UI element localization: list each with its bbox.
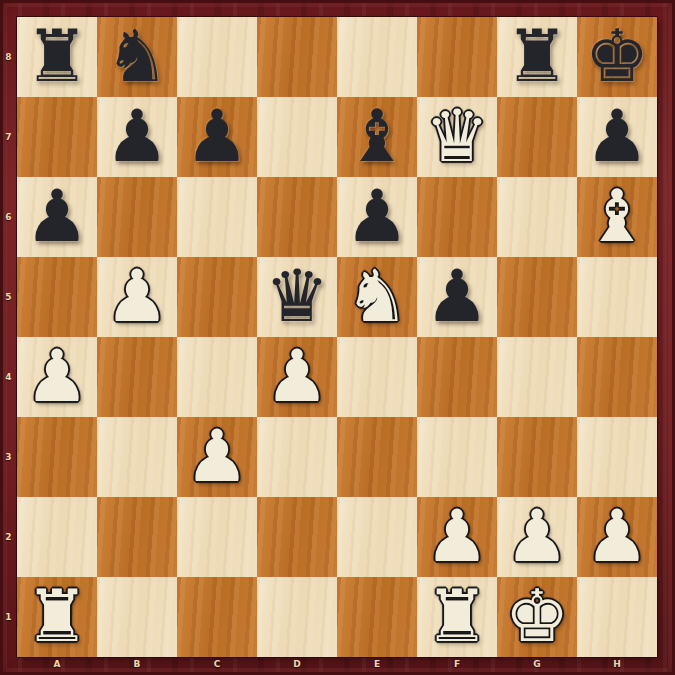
square-g7[interactable]: [497, 97, 577, 177]
square-c1[interactable]: [177, 577, 257, 657]
file-label-c: C: [177, 657, 257, 671]
square-f1[interactable]: ♜: [417, 577, 497, 657]
rank-label-1: 1: [0, 577, 17, 657]
piece-white-queen[interactable]: ♛: [417, 97, 497, 177]
square-d1[interactable]: [257, 577, 337, 657]
square-g6[interactable]: [497, 177, 577, 257]
square-b2[interactable]: [97, 497, 177, 577]
piece-black-pawn[interactable]: ♟: [337, 177, 417, 257]
file-label-h: H: [577, 657, 657, 671]
square-h4[interactable]: [577, 337, 657, 417]
file-label-f: F: [417, 657, 497, 671]
piece-black-rook[interactable]: ♜: [497, 17, 577, 97]
file-label-a: A: [17, 657, 97, 671]
square-f5[interactable]: ♟: [417, 257, 497, 337]
piece-black-pawn[interactable]: ♟: [17, 177, 97, 257]
piece-white-pawn[interactable]: ♟: [497, 497, 577, 577]
square-c4[interactable]: [177, 337, 257, 417]
square-e1[interactable]: [337, 577, 417, 657]
piece-white-pawn[interactable]: ♟: [577, 497, 657, 577]
square-h1[interactable]: [577, 577, 657, 657]
piece-white-rook[interactable]: ♜: [417, 577, 497, 657]
square-c7[interactable]: ♟: [177, 97, 257, 177]
square-c5[interactable]: [177, 257, 257, 337]
square-g4[interactable]: [497, 337, 577, 417]
chess-board: ♜♞♜♚♟♟♝♛♟♟♟♝♟♛♞♟♟♟♟♟♟♟♜♜♚: [17, 17, 657, 657]
file-label-e: E: [337, 657, 417, 671]
piece-white-bishop[interactable]: ♝: [577, 177, 657, 257]
square-g2[interactable]: ♟: [497, 497, 577, 577]
piece-black-queen[interactable]: ♛: [257, 257, 337, 337]
chess-board-frame: ♜♞♜♚♟♟♝♛♟♟♟♝♟♛♞♟♟♟♟♟♟♟♜♜♚ 87654321 ABCDE…: [0, 0, 675, 675]
piece-white-pawn[interactable]: ♟: [257, 337, 337, 417]
square-a6[interactable]: ♟: [17, 177, 97, 257]
rank-label-7: 7: [0, 97, 17, 177]
square-a1[interactable]: ♜: [17, 577, 97, 657]
rank-label-2: 2: [0, 497, 17, 577]
square-b8[interactable]: ♞: [97, 17, 177, 97]
square-h3[interactable]: [577, 417, 657, 497]
rank-label-3: 3: [0, 417, 17, 497]
square-e2[interactable]: [337, 497, 417, 577]
square-h5[interactable]: [577, 257, 657, 337]
square-f8[interactable]: [417, 17, 497, 97]
square-a8[interactable]: ♜: [17, 17, 97, 97]
square-a5[interactable]: [17, 257, 97, 337]
square-a7[interactable]: [17, 97, 97, 177]
piece-black-rook[interactable]: ♜: [17, 17, 97, 97]
square-c2[interactable]: [177, 497, 257, 577]
square-h8[interactable]: ♚: [577, 17, 657, 97]
square-e4[interactable]: [337, 337, 417, 417]
piece-black-bishop[interactable]: ♝: [337, 97, 417, 177]
square-c6[interactable]: [177, 177, 257, 257]
square-f4[interactable]: [417, 337, 497, 417]
square-a3[interactable]: [17, 417, 97, 497]
piece-black-knight[interactable]: ♞: [97, 17, 177, 97]
square-e6[interactable]: ♟: [337, 177, 417, 257]
file-labels: ABCDEFGH: [17, 657, 657, 671]
piece-black-pawn[interactable]: ♟: [577, 97, 657, 177]
square-g8[interactable]: ♜: [497, 17, 577, 97]
square-h6[interactable]: ♝: [577, 177, 657, 257]
square-e8[interactable]: [337, 17, 417, 97]
rank-label-4: 4: [0, 337, 17, 417]
file-label-d: D: [257, 657, 337, 671]
square-b1[interactable]: [97, 577, 177, 657]
square-e7[interactable]: ♝: [337, 97, 417, 177]
piece-white-pawn[interactable]: ♟: [417, 497, 497, 577]
square-d6[interactable]: [257, 177, 337, 257]
square-b4[interactable]: [97, 337, 177, 417]
rank-label-8: 8: [0, 17, 17, 97]
square-g1[interactable]: ♚: [497, 577, 577, 657]
square-b5[interactable]: ♟: [97, 257, 177, 337]
square-d5[interactable]: ♛: [257, 257, 337, 337]
square-d8[interactable]: [257, 17, 337, 97]
rank-labels: 87654321: [0, 17, 17, 657]
piece-white-rook[interactable]: ♜: [17, 577, 97, 657]
piece-white-pawn[interactable]: ♟: [97, 257, 177, 337]
rank-label-6: 6: [0, 177, 17, 257]
square-f6[interactable]: [417, 177, 497, 257]
square-b3[interactable]: [97, 417, 177, 497]
piece-white-pawn[interactable]: ♟: [17, 337, 97, 417]
square-d2[interactable]: [257, 497, 337, 577]
square-c3[interactable]: ♟: [177, 417, 257, 497]
piece-white-pawn[interactable]: ♟: [177, 417, 257, 497]
square-f3[interactable]: [417, 417, 497, 497]
square-a2[interactable]: [17, 497, 97, 577]
rank-label-5: 5: [0, 257, 17, 337]
square-b6[interactable]: [97, 177, 177, 257]
square-d3[interactable]: [257, 417, 337, 497]
square-d7[interactable]: [257, 97, 337, 177]
piece-white-king[interactable]: ♚: [497, 577, 577, 657]
square-e3[interactable]: [337, 417, 417, 497]
piece-white-knight[interactable]: ♞: [337, 257, 417, 337]
square-h2[interactable]: ♟: [577, 497, 657, 577]
piece-black-king[interactable]: ♚: [577, 17, 657, 97]
file-label-b: B: [97, 657, 177, 671]
square-e5[interactable]: ♞: [337, 257, 417, 337]
piece-black-pawn[interactable]: ♟: [97, 97, 177, 177]
square-d4[interactable]: ♟: [257, 337, 337, 417]
square-f7[interactable]: ♛: [417, 97, 497, 177]
square-b7[interactable]: ♟: [97, 97, 177, 177]
file-label-g: G: [497, 657, 577, 671]
square-f2[interactable]: ♟: [417, 497, 497, 577]
square-c8[interactable]: [177, 17, 257, 97]
square-h7[interactable]: ♟: [577, 97, 657, 177]
piece-black-pawn[interactable]: ♟: [177, 97, 257, 177]
piece-black-pawn[interactable]: ♟: [417, 257, 497, 337]
square-g5[interactable]: [497, 257, 577, 337]
square-a4[interactable]: ♟: [17, 337, 97, 417]
square-g3[interactable]: [497, 417, 577, 497]
